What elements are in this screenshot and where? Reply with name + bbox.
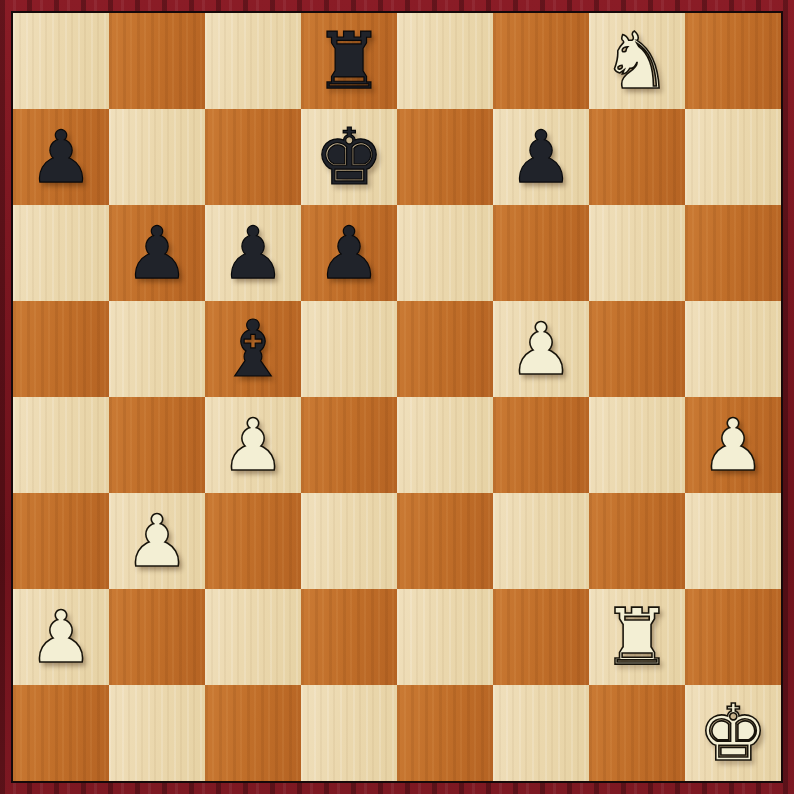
square-g4[interactable] — [589, 397, 685, 493]
chess-board: ♜♞♟♚♟♟♟♟♝♟♟♟♟♟♜♚ — [11, 11, 783, 783]
square-g2[interactable]: ♜ — [589, 589, 685, 685]
square-a3[interactable] — [13, 493, 109, 589]
square-h1[interactable]: ♚ — [685, 685, 781, 781]
square-c6[interactable]: ♟ — [205, 205, 301, 301]
square-d2[interactable] — [301, 589, 397, 685]
square-f1[interactable] — [493, 685, 589, 781]
black-bishop-c5[interactable]: ♝ — [218, 310, 288, 388]
square-c1[interactable] — [205, 685, 301, 781]
white-pawn-a2[interactable]: ♟ — [29, 601, 94, 673]
square-h8[interactable] — [685, 13, 781, 109]
black-pawn-d6[interactable]: ♟ — [317, 217, 382, 289]
square-b8[interactable] — [109, 13, 205, 109]
square-g3[interactable] — [589, 493, 685, 589]
white-pawn-b3[interactable]: ♟ — [125, 505, 190, 577]
square-f4[interactable] — [493, 397, 589, 493]
square-b1[interactable] — [109, 685, 205, 781]
square-e7[interactable] — [397, 109, 493, 205]
black-pawn-c6[interactable]: ♟ — [221, 217, 286, 289]
square-a4[interactable] — [13, 397, 109, 493]
square-b2[interactable] — [109, 589, 205, 685]
square-a7[interactable]: ♟ — [13, 109, 109, 205]
square-b3[interactable]: ♟ — [109, 493, 205, 589]
square-h2[interactable] — [685, 589, 781, 685]
square-a6[interactable] — [13, 205, 109, 301]
square-f3[interactable] — [493, 493, 589, 589]
square-d8[interactable]: ♜ — [301, 13, 397, 109]
square-e1[interactable] — [397, 685, 493, 781]
square-b4[interactable] — [109, 397, 205, 493]
white-king-h1[interactable]: ♚ — [698, 694, 768, 772]
square-c3[interactable] — [205, 493, 301, 589]
square-f7[interactable]: ♟ — [493, 109, 589, 205]
square-f8[interactable] — [493, 13, 589, 109]
square-c8[interactable] — [205, 13, 301, 109]
square-d4[interactable] — [301, 397, 397, 493]
white-knight-g8[interactable]: ♞ — [602, 22, 672, 100]
black-pawn-f7[interactable]: ♟ — [509, 121, 574, 193]
square-h7[interactable] — [685, 109, 781, 205]
square-b7[interactable] — [109, 109, 205, 205]
square-g6[interactable] — [589, 205, 685, 301]
square-g8[interactable]: ♞ — [589, 13, 685, 109]
square-c4[interactable]: ♟ — [205, 397, 301, 493]
square-g7[interactable] — [589, 109, 685, 205]
black-pawn-a7[interactable]: ♟ — [29, 121, 94, 193]
square-c2[interactable] — [205, 589, 301, 685]
square-f5[interactable]: ♟ — [493, 301, 589, 397]
square-e2[interactable] — [397, 589, 493, 685]
square-d1[interactable] — [301, 685, 397, 781]
square-e6[interactable] — [397, 205, 493, 301]
square-b5[interactable] — [109, 301, 205, 397]
white-pawn-h4[interactable]: ♟ — [701, 409, 766, 481]
square-h6[interactable] — [685, 205, 781, 301]
square-e5[interactable] — [397, 301, 493, 397]
square-a2[interactable]: ♟ — [13, 589, 109, 685]
square-e4[interactable] — [397, 397, 493, 493]
square-b6[interactable]: ♟ — [109, 205, 205, 301]
square-c5[interactable]: ♝ — [205, 301, 301, 397]
square-g1[interactable] — [589, 685, 685, 781]
square-g5[interactable] — [589, 301, 685, 397]
square-e8[interactable] — [397, 13, 493, 109]
square-a8[interactable] — [13, 13, 109, 109]
black-rook-d8[interactable]: ♜ — [314, 22, 384, 100]
black-pawn-b6[interactable]: ♟ — [125, 217, 190, 289]
square-h4[interactable]: ♟ — [685, 397, 781, 493]
board-frame: ♜♞♟♚♟♟♟♟♝♟♟♟♟♟♜♚ — [0, 0, 794, 794]
square-e3[interactable] — [397, 493, 493, 589]
square-a5[interactable] — [13, 301, 109, 397]
white-rook-g2[interactable]: ♜ — [602, 598, 672, 676]
square-d7[interactable]: ♚ — [301, 109, 397, 205]
square-d6[interactable]: ♟ — [301, 205, 397, 301]
square-d5[interactable] — [301, 301, 397, 397]
square-h3[interactable] — [685, 493, 781, 589]
square-c7[interactable] — [205, 109, 301, 205]
white-pawn-f5[interactable]: ♟ — [509, 313, 574, 385]
square-h5[interactable] — [685, 301, 781, 397]
square-f2[interactable] — [493, 589, 589, 685]
square-d3[interactable] — [301, 493, 397, 589]
square-a1[interactable] — [13, 685, 109, 781]
square-f6[interactable] — [493, 205, 589, 301]
black-king-d7[interactable]: ♚ — [314, 118, 384, 196]
white-pawn-c4[interactable]: ♟ — [221, 409, 286, 481]
